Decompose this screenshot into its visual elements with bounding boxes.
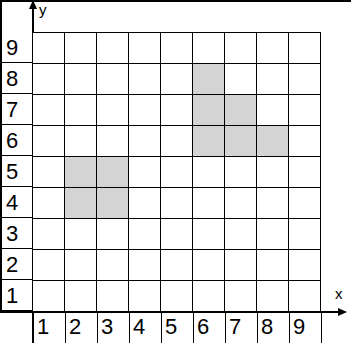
grid-cell-x1-y5 [33,157,65,188]
grid-cell-x9-y5 [289,157,321,188]
y-tick-label-1: 1 [0,280,33,311]
top-border-line [0,0,351,2]
grid-cell-x3-y8 [97,64,129,95]
grid-cell-x8-y3 [257,219,289,250]
y-axis-tick-labels: 987654321 [0,32,33,311]
grid-cell-x9-y7 [289,95,321,126]
grid-cell-x1-y6 [33,126,65,157]
grid-cell-x2-y6 [65,126,97,157]
x-tick-label-5: 5 [162,313,194,343]
grid-cell-x3-y6 [97,126,129,157]
grid-cell-x8-y5 [257,157,289,188]
grid-cell-x3-y2 [97,250,129,281]
grid-cell-x6-y6 [193,126,225,157]
grid-cell-x6-y4 [193,188,225,219]
y-tick-label-4: 4 [0,187,33,218]
grid-cell-x4-y8 [129,64,161,95]
grid-cell-x5-y6 [161,126,193,157]
grid-cell-x9-y6 [289,126,321,157]
grid-cell-x4-y2 [129,250,161,281]
grid-cell-x4-y1 [129,281,161,312]
grid-cell-x2-y5 [65,157,97,188]
grid-cell-x7-y2 [225,250,257,281]
y-tick-label-5: 5 [0,156,33,187]
y-tick-label-2: 2 [0,249,33,280]
grid-cell-x6-y1 [193,281,225,312]
grid-cell-x4-y6 [129,126,161,157]
x-tick-label-9: 9 [290,313,322,343]
grid-cell-x4-y9 [129,33,161,64]
grid-cell-x2-y2 [65,250,97,281]
grid-cell-x9-y8 [289,64,321,95]
grid-cell-x1-y2 [33,250,65,281]
grid-cell-x2-y3 [65,219,97,250]
y-tick-label-7: 7 [0,94,33,125]
grid-cell-x2-y7 [65,95,97,126]
grid-cell-x5-y2 [161,250,193,281]
coordinate-grid-figure: y x 987654321 123456789 [0,0,351,347]
grid-cell-x7-y9 [225,33,257,64]
grid-cell-x5-y7 [161,95,193,126]
grid-cell-x7-y5 [225,157,257,188]
grid-cell-x7-y6 [225,126,257,157]
grid-cell-x3-y1 [97,281,129,312]
grid-cell-x2-y1 [65,281,97,312]
x-axis-arrow-icon [338,308,347,316]
x-tick-label-7: 7 [226,313,258,343]
grid-cell-x8-y1 [257,281,289,312]
x-tick-label-3: 3 [98,313,130,343]
grid-cell-x8-y2 [257,250,289,281]
grid-cell-x3-y7 [97,95,129,126]
grid-cell-x7-y3 [225,219,257,250]
grid-cell-x5-y1 [161,281,193,312]
grid-cell-x2-y8 [65,64,97,95]
grid-cell-x4-y5 [129,157,161,188]
grid-cell-x6-y9 [193,33,225,64]
grid-cell-x5-y8 [161,64,193,95]
grid-cell-x7-y7 [225,95,257,126]
grid-cell-x5-y3 [161,219,193,250]
x-tick-label-2: 2 [66,313,98,343]
x-axis-label: x [335,286,343,301]
grid-cell-x3-y9 [97,33,129,64]
grid-cell-x6-y5 [193,157,225,188]
x-tick-label-1: 1 [34,313,66,343]
grid-cell-x4-y4 [129,188,161,219]
grid-cell-x3-y5 [97,157,129,188]
grid-cell-x9-y2 [289,250,321,281]
grid-cell-x9-y3 [289,219,321,250]
board-grid [33,32,321,312]
y-axis-arrow-icon [29,0,37,9]
grid-cell-x9-y4 [289,188,321,219]
grid-cell-x4-y7 [129,95,161,126]
grid-cell-x6-y8 [193,64,225,95]
grid-cell-x6-y3 [193,219,225,250]
grid-cell-x1-y7 [33,95,65,126]
grid-cell-x5-y4 [161,188,193,219]
grid-cell-x5-y9 [161,33,193,64]
x-axis-tick-labels: 123456789 [33,313,322,343]
grid-cell-x1-y3 [33,219,65,250]
grid-cell-x5-y5 [161,157,193,188]
x-tick-label-8: 8 [258,313,290,343]
grid-cell-x4-y3 [129,219,161,250]
grid-cell-x8-y8 [257,64,289,95]
grid-cell-x3-y4 [97,188,129,219]
grid-cell-x7-y8 [225,64,257,95]
grid-cell-x1-y9 [33,33,65,64]
grid-cell-x8-y7 [257,95,289,126]
grid-cell-x9-y9 [289,33,321,64]
grid-cell-x2-y9 [65,33,97,64]
y-tick-label-8: 8 [0,63,33,94]
grid-cell-x1-y1 [33,281,65,312]
x-tick-label-6: 6 [194,313,226,343]
grid-cell-x6-y2 [193,250,225,281]
grid-cell-x2-y4 [65,188,97,219]
grid-cell-x1-y8 [33,64,65,95]
grid-cell-x8-y4 [257,188,289,219]
grid-cell-x1-y4 [33,188,65,219]
y-axis-label: y [39,2,47,17]
y-tick-label-6: 6 [0,125,33,156]
grid-cell-x9-y1 [289,281,321,312]
x-tick-label-4: 4 [130,313,162,343]
grid-cell-x8-y6 [257,126,289,157]
y-tick-label-3: 3 [0,218,33,249]
grid-cell-x3-y3 [97,219,129,250]
y-tick-label-9: 9 [0,32,33,63]
grid-cell-x6-y7 [193,95,225,126]
grid-cell-x7-y1 [225,281,257,312]
grid-cell-x7-y4 [225,188,257,219]
grid-cell-x8-y9 [257,33,289,64]
